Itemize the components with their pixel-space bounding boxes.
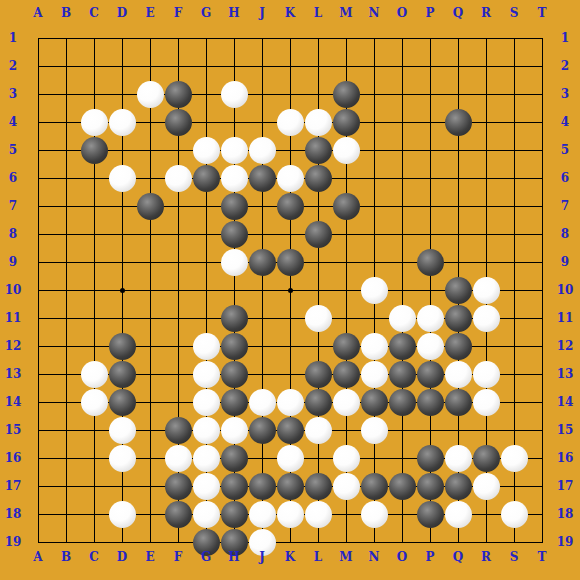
intersection-C18[interactable]	[80, 500, 108, 528]
intersection-G1[interactable]	[192, 24, 220, 52]
intersection-D3[interactable]	[108, 80, 136, 108]
intersection-P7[interactable]	[416, 192, 444, 220]
intersection-L10[interactable]	[304, 276, 332, 304]
intersection-H11[interactable]	[220, 304, 248, 332]
intersection-E4[interactable]	[136, 108, 164, 136]
intersection-L14[interactable]	[304, 388, 332, 416]
intersection-O17[interactable]	[388, 472, 416, 500]
intersection-D8[interactable]	[108, 220, 136, 248]
intersection-R3[interactable]	[472, 80, 500, 108]
intersection-P6[interactable]	[416, 164, 444, 192]
intersection-T14[interactable]	[528, 388, 556, 416]
intersection-E6[interactable]	[136, 164, 164, 192]
intersection-N4[interactable]	[360, 108, 388, 136]
intersection-M8[interactable]	[332, 220, 360, 248]
intersection-P16[interactable]	[416, 444, 444, 472]
intersection-J13[interactable]	[248, 360, 276, 388]
intersection-J15[interactable]	[248, 416, 276, 444]
intersection-E18[interactable]	[136, 500, 164, 528]
intersection-K18[interactable]	[276, 500, 304, 528]
intersection-F12[interactable]	[164, 332, 192, 360]
intersection-G18[interactable]	[192, 500, 220, 528]
intersection-J11[interactable]	[248, 304, 276, 332]
intersection-B9[interactable]	[52, 248, 80, 276]
intersection-C11[interactable]	[80, 304, 108, 332]
intersection-C5[interactable]	[80, 136, 108, 164]
intersection-D16[interactable]	[108, 444, 136, 472]
intersection-H5[interactable]	[220, 136, 248, 164]
intersection-C10[interactable]	[80, 276, 108, 304]
intersection-B16[interactable]	[52, 444, 80, 472]
intersection-K7[interactable]	[276, 192, 304, 220]
intersection-S3[interactable]	[500, 80, 528, 108]
intersection-K11[interactable]	[276, 304, 304, 332]
intersection-N12[interactable]	[360, 332, 388, 360]
intersection-C4[interactable]	[80, 108, 108, 136]
intersection-F13[interactable]	[164, 360, 192, 388]
intersection-B4[interactable]	[52, 108, 80, 136]
intersection-O7[interactable]	[388, 192, 416, 220]
intersection-F5[interactable]	[164, 136, 192, 164]
intersection-O3[interactable]	[388, 80, 416, 108]
intersection-N9[interactable]	[360, 248, 388, 276]
intersection-E9[interactable]	[136, 248, 164, 276]
intersection-S11[interactable]	[500, 304, 528, 332]
intersection-T1[interactable]	[528, 24, 556, 52]
intersection-N11[interactable]	[360, 304, 388, 332]
intersection-O9[interactable]	[388, 248, 416, 276]
intersection-J7[interactable]	[248, 192, 276, 220]
intersection-L3[interactable]	[304, 80, 332, 108]
intersection-A18[interactable]	[24, 500, 52, 528]
intersection-H9[interactable]	[220, 248, 248, 276]
intersection-Q5[interactable]	[444, 136, 472, 164]
intersection-B6[interactable]	[52, 164, 80, 192]
intersection-S10[interactable]	[500, 276, 528, 304]
intersection-A11[interactable]	[24, 304, 52, 332]
intersection-L7[interactable]	[304, 192, 332, 220]
intersection-N2[interactable]	[360, 52, 388, 80]
intersection-O5[interactable]	[388, 136, 416, 164]
intersection-G15[interactable]	[192, 416, 220, 444]
intersection-E1[interactable]	[136, 24, 164, 52]
intersection-F2[interactable]	[164, 52, 192, 80]
intersection-A9[interactable]	[24, 248, 52, 276]
intersection-G14[interactable]	[192, 388, 220, 416]
intersection-J18[interactable]	[248, 500, 276, 528]
intersection-H15[interactable]	[220, 416, 248, 444]
intersection-R8[interactable]	[472, 220, 500, 248]
intersection-S12[interactable]	[500, 332, 528, 360]
intersection-C2[interactable]	[80, 52, 108, 80]
intersection-F10[interactable]	[164, 276, 192, 304]
intersection-P10[interactable]	[416, 276, 444, 304]
intersection-B13[interactable]	[52, 360, 80, 388]
intersection-R5[interactable]	[472, 136, 500, 164]
intersection-O14[interactable]	[388, 388, 416, 416]
intersection-K17[interactable]	[276, 472, 304, 500]
intersection-P9[interactable]	[416, 248, 444, 276]
intersection-H13[interactable]	[220, 360, 248, 388]
intersection-T17[interactable]	[528, 472, 556, 500]
intersection-Q11[interactable]	[444, 304, 472, 332]
intersection-J16[interactable]	[248, 444, 276, 472]
intersection-B18[interactable]	[52, 500, 80, 528]
intersection-E17[interactable]	[136, 472, 164, 500]
intersection-P11[interactable]	[416, 304, 444, 332]
intersection-K16[interactable]	[276, 444, 304, 472]
intersection-A15[interactable]	[24, 416, 52, 444]
intersection-A1[interactable]	[24, 24, 52, 52]
intersection-D5[interactable]	[108, 136, 136, 164]
intersection-G8[interactable]	[192, 220, 220, 248]
intersection-M9[interactable]	[332, 248, 360, 276]
intersection-S18[interactable]	[500, 500, 528, 528]
intersection-M15[interactable]	[332, 416, 360, 444]
intersection-S2[interactable]	[500, 52, 528, 80]
intersection-H2[interactable]	[220, 52, 248, 80]
intersection-Q2[interactable]	[444, 52, 472, 80]
intersection-G2[interactable]	[192, 52, 220, 80]
intersection-A7[interactable]	[24, 192, 52, 220]
intersection-G10[interactable]	[192, 276, 220, 304]
intersection-S17[interactable]	[500, 472, 528, 500]
intersection-K8[interactable]	[276, 220, 304, 248]
intersection-M1[interactable]	[332, 24, 360, 52]
intersection-R16[interactable]	[472, 444, 500, 472]
intersection-S1[interactable]	[500, 24, 528, 52]
intersection-L5[interactable]	[304, 136, 332, 164]
intersection-K13[interactable]	[276, 360, 304, 388]
intersection-P8[interactable]	[416, 220, 444, 248]
intersection-P14[interactable]	[416, 388, 444, 416]
intersection-R2[interactable]	[472, 52, 500, 80]
intersection-N3[interactable]	[360, 80, 388, 108]
intersection-L13[interactable]	[304, 360, 332, 388]
intersection-P3[interactable]	[416, 80, 444, 108]
intersection-R7[interactable]	[472, 192, 500, 220]
intersection-T4[interactable]	[528, 108, 556, 136]
intersection-M16[interactable]	[332, 444, 360, 472]
intersection-R10[interactable]	[472, 276, 500, 304]
intersection-F7[interactable]	[164, 192, 192, 220]
intersection-A16[interactable]	[24, 444, 52, 472]
intersection-C17[interactable]	[80, 472, 108, 500]
intersection-L9[interactable]	[304, 248, 332, 276]
intersection-T18[interactable]	[528, 500, 556, 528]
intersection-S8[interactable]	[500, 220, 528, 248]
intersection-M12[interactable]	[332, 332, 360, 360]
intersection-S16[interactable]	[500, 444, 528, 472]
intersection-A6[interactable]	[24, 164, 52, 192]
intersection-H8[interactable]	[220, 220, 248, 248]
intersection-A14[interactable]	[24, 388, 52, 416]
intersection-M5[interactable]	[332, 136, 360, 164]
intersection-A3[interactable]	[24, 80, 52, 108]
intersection-A8[interactable]	[24, 220, 52, 248]
intersection-L15[interactable]	[304, 416, 332, 444]
intersection-C16[interactable]	[80, 444, 108, 472]
intersection-K4[interactable]	[276, 108, 304, 136]
intersection-G13[interactable]	[192, 360, 220, 388]
intersection-D1[interactable]	[108, 24, 136, 52]
intersection-R12[interactable]	[472, 332, 500, 360]
intersection-R11[interactable]	[472, 304, 500, 332]
intersection-D14[interactable]	[108, 388, 136, 416]
intersection-L17[interactable]	[304, 472, 332, 500]
intersection-Q8[interactable]	[444, 220, 472, 248]
intersection-G5[interactable]	[192, 136, 220, 164]
intersection-D18[interactable]	[108, 500, 136, 528]
intersection-N6[interactable]	[360, 164, 388, 192]
intersection-R17[interactable]	[472, 472, 500, 500]
intersection-F4[interactable]	[164, 108, 192, 136]
intersection-N13[interactable]	[360, 360, 388, 388]
intersection-C13[interactable]	[80, 360, 108, 388]
intersection-D7[interactable]	[108, 192, 136, 220]
intersection-N5[interactable]	[360, 136, 388, 164]
intersection-Q15[interactable]	[444, 416, 472, 444]
intersection-S15[interactable]	[500, 416, 528, 444]
intersection-A17[interactable]	[24, 472, 52, 500]
intersection-G6[interactable]	[192, 164, 220, 192]
intersection-D9[interactable]	[108, 248, 136, 276]
intersection-T7[interactable]	[528, 192, 556, 220]
intersection-O1[interactable]	[388, 24, 416, 52]
intersection-P4[interactable]	[416, 108, 444, 136]
intersection-N17[interactable]	[360, 472, 388, 500]
intersection-N8[interactable]	[360, 220, 388, 248]
intersection-K6[interactable]	[276, 164, 304, 192]
intersection-R18[interactable]	[472, 500, 500, 528]
intersection-A5[interactable]	[24, 136, 52, 164]
intersection-H3[interactable]	[220, 80, 248, 108]
intersection-O18[interactable]	[388, 500, 416, 528]
intersection-D13[interactable]	[108, 360, 136, 388]
intersection-S9[interactable]	[500, 248, 528, 276]
intersection-O2[interactable]	[388, 52, 416, 80]
intersection-C14[interactable]	[80, 388, 108, 416]
intersection-Q16[interactable]	[444, 444, 472, 472]
intersection-K5[interactable]	[276, 136, 304, 164]
intersection-O11[interactable]	[388, 304, 416, 332]
intersection-A4[interactable]	[24, 108, 52, 136]
intersection-S7[interactable]	[500, 192, 528, 220]
intersection-J3[interactable]	[248, 80, 276, 108]
intersection-J5[interactable]	[248, 136, 276, 164]
intersection-G12[interactable]	[192, 332, 220, 360]
intersection-H10[interactable]	[220, 276, 248, 304]
intersection-M2[interactable]	[332, 52, 360, 80]
intersection-F9[interactable]	[164, 248, 192, 276]
intersection-M14[interactable]	[332, 388, 360, 416]
intersection-H6[interactable]	[220, 164, 248, 192]
intersection-P1[interactable]	[416, 24, 444, 52]
intersection-F14[interactable]	[164, 388, 192, 416]
intersection-Q3[interactable]	[444, 80, 472, 108]
intersection-T13[interactable]	[528, 360, 556, 388]
intersection-R9[interactable]	[472, 248, 500, 276]
intersection-H16[interactable]	[220, 444, 248, 472]
intersection-M7[interactable]	[332, 192, 360, 220]
intersection-M4[interactable]	[332, 108, 360, 136]
intersection-H18[interactable]	[220, 500, 248, 528]
intersection-G17[interactable]	[192, 472, 220, 500]
intersection-L12[interactable]	[304, 332, 332, 360]
intersection-N7[interactable]	[360, 192, 388, 220]
intersection-O16[interactable]	[388, 444, 416, 472]
intersection-D6[interactable]	[108, 164, 136, 192]
intersection-S5[interactable]	[500, 136, 528, 164]
intersection-F3[interactable]	[164, 80, 192, 108]
intersection-Q10[interactable]	[444, 276, 472, 304]
intersection-L11[interactable]	[304, 304, 332, 332]
intersection-F17[interactable]	[164, 472, 192, 500]
intersection-O15[interactable]	[388, 416, 416, 444]
intersection-E15[interactable]	[136, 416, 164, 444]
intersection-P12[interactable]	[416, 332, 444, 360]
intersection-J8[interactable]	[248, 220, 276, 248]
intersection-B17[interactable]	[52, 472, 80, 500]
intersection-T3[interactable]	[528, 80, 556, 108]
intersection-C1[interactable]	[80, 24, 108, 52]
intersection-A13[interactable]	[24, 360, 52, 388]
intersection-A2[interactable]	[24, 52, 52, 80]
intersection-B7[interactable]	[52, 192, 80, 220]
intersection-E11[interactable]	[136, 304, 164, 332]
intersection-L1[interactable]	[304, 24, 332, 52]
intersection-O10[interactable]	[388, 276, 416, 304]
intersection-P18[interactable]	[416, 500, 444, 528]
intersection-D10[interactable]	[108, 276, 136, 304]
intersection-B3[interactable]	[52, 80, 80, 108]
intersection-J10[interactable]	[248, 276, 276, 304]
intersection-D11[interactable]	[108, 304, 136, 332]
intersection-M11[interactable]	[332, 304, 360, 332]
intersection-F18[interactable]	[164, 500, 192, 528]
intersection-Q17[interactable]	[444, 472, 472, 500]
intersection-B11[interactable]	[52, 304, 80, 332]
intersection-K14[interactable]	[276, 388, 304, 416]
intersection-S14[interactable]	[500, 388, 528, 416]
intersection-Q4[interactable]	[444, 108, 472, 136]
intersection-E16[interactable]	[136, 444, 164, 472]
intersection-J1[interactable]	[248, 24, 276, 52]
intersection-K2[interactable]	[276, 52, 304, 80]
intersection-T9[interactable]	[528, 248, 556, 276]
intersection-N1[interactable]	[360, 24, 388, 52]
intersection-L8[interactable]	[304, 220, 332, 248]
intersection-R4[interactable]	[472, 108, 500, 136]
intersection-R6[interactable]	[472, 164, 500, 192]
intersection-L16[interactable]	[304, 444, 332, 472]
intersection-H4[interactable]	[220, 108, 248, 136]
intersection-S6[interactable]	[500, 164, 528, 192]
intersection-Q13[interactable]	[444, 360, 472, 388]
intersection-G4[interactable]	[192, 108, 220, 136]
intersection-E7[interactable]	[136, 192, 164, 220]
intersection-P15[interactable]	[416, 416, 444, 444]
intersection-M13[interactable]	[332, 360, 360, 388]
intersection-C9[interactable]	[80, 248, 108, 276]
intersection-T2[interactable]	[528, 52, 556, 80]
intersection-O8[interactable]	[388, 220, 416, 248]
intersection-J6[interactable]	[248, 164, 276, 192]
intersection-B8[interactable]	[52, 220, 80, 248]
intersection-J4[interactable]	[248, 108, 276, 136]
intersection-K9[interactable]	[276, 248, 304, 276]
intersection-G3[interactable]	[192, 80, 220, 108]
intersection-S4[interactable]	[500, 108, 528, 136]
intersection-Q18[interactable]	[444, 500, 472, 528]
intersection-L4[interactable]	[304, 108, 332, 136]
intersection-C12[interactable]	[80, 332, 108, 360]
intersection-C3[interactable]	[80, 80, 108, 108]
intersection-T8[interactable]	[528, 220, 556, 248]
intersection-D15[interactable]	[108, 416, 136, 444]
intersection-E12[interactable]	[136, 332, 164, 360]
intersection-G11[interactable]	[192, 304, 220, 332]
intersection-D4[interactable]	[108, 108, 136, 136]
intersection-K15[interactable]	[276, 416, 304, 444]
intersection-J2[interactable]	[248, 52, 276, 80]
intersection-B10[interactable]	[52, 276, 80, 304]
intersection-G9[interactable]	[192, 248, 220, 276]
intersection-G16[interactable]	[192, 444, 220, 472]
intersection-F8[interactable]	[164, 220, 192, 248]
intersection-B5[interactable]	[52, 136, 80, 164]
intersection-K10[interactable]	[276, 276, 304, 304]
intersection-C7[interactable]	[80, 192, 108, 220]
intersection-C6[interactable]	[80, 164, 108, 192]
intersection-H17[interactable]	[220, 472, 248, 500]
intersection-N18[interactable]	[360, 500, 388, 528]
intersection-C15[interactable]	[80, 416, 108, 444]
intersection-Q7[interactable]	[444, 192, 472, 220]
intersection-L18[interactable]	[304, 500, 332, 528]
intersection-E3[interactable]	[136, 80, 164, 108]
intersection-B14[interactable]	[52, 388, 80, 416]
intersection-F1[interactable]	[164, 24, 192, 52]
intersection-R15[interactable]	[472, 416, 500, 444]
intersection-T11[interactable]	[528, 304, 556, 332]
intersection-D12[interactable]	[108, 332, 136, 360]
intersection-O6[interactable]	[388, 164, 416, 192]
intersection-L2[interactable]	[304, 52, 332, 80]
intersection-P13[interactable]	[416, 360, 444, 388]
intersection-H12[interactable]	[220, 332, 248, 360]
intersection-F15[interactable]	[164, 416, 192, 444]
intersection-M6[interactable]	[332, 164, 360, 192]
intersection-L6[interactable]	[304, 164, 332, 192]
intersection-E2[interactable]	[136, 52, 164, 80]
intersection-B15[interactable]	[52, 416, 80, 444]
intersection-Q9[interactable]	[444, 248, 472, 276]
intersection-B2[interactable]	[52, 52, 80, 80]
intersection-T16[interactable]	[528, 444, 556, 472]
intersection-P2[interactable]	[416, 52, 444, 80]
intersection-T5[interactable]	[528, 136, 556, 164]
intersection-O13[interactable]	[388, 360, 416, 388]
intersection-T10[interactable]	[528, 276, 556, 304]
intersection-J9[interactable]	[248, 248, 276, 276]
intersection-K3[interactable]	[276, 80, 304, 108]
intersection-C8[interactable]	[80, 220, 108, 248]
intersection-E14[interactable]	[136, 388, 164, 416]
intersection-G7[interactable]	[192, 192, 220, 220]
intersection-A10[interactable]	[24, 276, 52, 304]
intersection-Q1[interactable]	[444, 24, 472, 52]
